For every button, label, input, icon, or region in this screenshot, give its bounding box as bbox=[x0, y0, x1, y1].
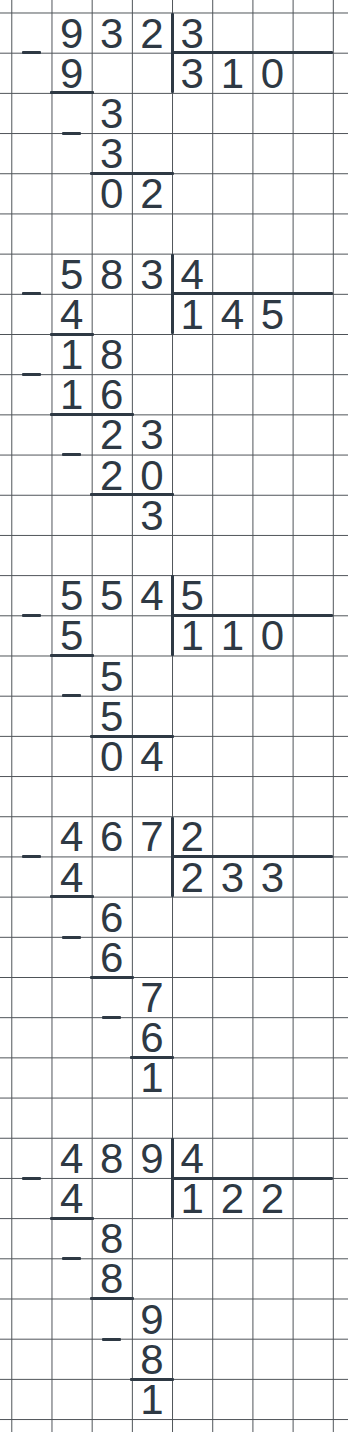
subtraction-underline bbox=[90, 735, 174, 738]
minus-sign bbox=[62, 694, 81, 697]
quotient-line bbox=[171, 855, 333, 858]
subtraction-underline bbox=[90, 493, 174, 496]
minus-sign bbox=[62, 1257, 81, 1260]
subtraction-underline bbox=[50, 91, 94, 94]
minus-sign bbox=[22, 292, 41, 295]
quotient-line bbox=[171, 614, 333, 617]
subtraction-underline bbox=[90, 172, 174, 175]
minus-sign bbox=[102, 1338, 121, 1341]
subtraction-underline bbox=[50, 333, 94, 336]
subtraction-underline bbox=[130, 1056, 174, 1059]
quotient-line bbox=[171, 292, 333, 295]
subtraction-underline bbox=[130, 1378, 174, 1381]
minus-sign bbox=[102, 1016, 121, 1019]
minus-sign bbox=[22, 51, 41, 54]
subtraction-underline bbox=[90, 976, 134, 979]
squared-paper-sheet: 9323931033025834414518162320355455110550… bbox=[0, 0, 348, 1432]
subtraction-underline bbox=[50, 654, 94, 657]
minus-sign bbox=[62, 453, 81, 456]
minus-sign bbox=[22, 614, 41, 617]
minus-sign bbox=[22, 1177, 41, 1180]
minus-sign bbox=[22, 373, 41, 376]
quotient-line bbox=[171, 51, 333, 54]
subtraction-underline bbox=[50, 1217, 94, 1220]
subtraction-underline bbox=[50, 895, 94, 898]
minus-sign bbox=[22, 855, 41, 858]
minus-sign bbox=[62, 936, 81, 939]
quotient-line bbox=[171, 1177, 333, 1180]
division-work-marks bbox=[0, 0, 348, 1432]
subtraction-underline bbox=[50, 413, 134, 416]
subtraction-underline bbox=[90, 1297, 134, 1300]
minus-sign bbox=[62, 132, 81, 135]
